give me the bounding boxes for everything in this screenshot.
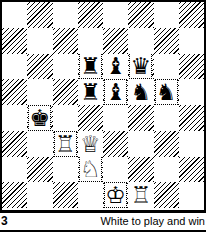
black-knight-piece[interactable]: ♞ [131, 80, 152, 104]
piece-clearbox: ♘ [79, 157, 102, 183]
square-a1[interactable] [2, 182, 27, 208]
square-d3[interactable]: ♕ [78, 131, 103, 157]
square-c2[interactable] [53, 157, 78, 183]
square-g1[interactable] [154, 182, 179, 208]
white-rook-piece[interactable]: ♖ [55, 132, 76, 156]
square-b6[interactable] [27, 54, 52, 80]
square-c7[interactable] [53, 28, 78, 54]
square-f3[interactable] [128, 131, 153, 157]
square-e4[interactable] [103, 105, 128, 131]
square-c6[interactable] [53, 54, 78, 80]
square-f6[interactable]: ♛ [128, 54, 153, 80]
square-h8[interactable] [179, 2, 204, 28]
square-b8[interactable] [27, 2, 52, 28]
white-rook-piece[interactable]: ♖ [131, 183, 152, 207]
square-h2[interactable] [179, 157, 204, 183]
square-a6[interactable] [2, 54, 27, 80]
square-a8[interactable] [2, 2, 27, 28]
piece-clearbox: ♞ [155, 79, 178, 105]
square-g8[interactable] [154, 2, 179, 28]
square-d7[interactable] [78, 28, 103, 54]
piece-clearbox: ♖ [54, 131, 77, 157]
square-f7[interactable] [128, 28, 153, 54]
square-e3[interactable] [103, 131, 128, 157]
square-b5[interactable] [27, 79, 52, 105]
square-h5[interactable] [179, 79, 204, 105]
piece-clearbox: ♝ [104, 79, 127, 105]
square-a3[interactable] [2, 131, 27, 157]
square-c1[interactable] [53, 182, 78, 208]
square-e7[interactable] [103, 28, 128, 54]
square-f1[interactable]: ♖ [128, 182, 153, 208]
piece-clearbox: ♚ [28, 105, 51, 131]
square-d5[interactable]: ♜ [78, 79, 103, 105]
square-e8[interactable] [103, 2, 128, 28]
square-a2[interactable] [2, 157, 27, 183]
white-queen-piece[interactable]: ♕ [80, 132, 101, 156]
black-bishop-piece[interactable]: ♝ [105, 80, 126, 104]
square-h1[interactable] [179, 182, 204, 208]
square-b1[interactable] [27, 182, 52, 208]
piece-clearbox: ♜ [79, 54, 102, 80]
chess-puzzle-diagram: ♜♝♛♜♝♞♞♚♖♕♘♔♖ 3 White to play and win [0, 0, 206, 232]
square-g5[interactable]: ♞ [154, 79, 179, 105]
black-king-piece[interactable]: ♚ [30, 106, 51, 130]
square-d6[interactable]: ♜ [78, 54, 103, 80]
square-e5[interactable]: ♝ [103, 79, 128, 105]
square-g3[interactable] [154, 131, 179, 157]
black-rook-piece[interactable]: ♜ [80, 80, 101, 104]
puzzle-number: 3 [1, 215, 8, 228]
square-e1[interactable]: ♔ [103, 182, 128, 208]
square-b7[interactable] [27, 28, 52, 54]
square-f2[interactable] [128, 157, 153, 183]
white-king-piece[interactable]: ♔ [105, 183, 126, 207]
square-d8[interactable] [78, 2, 103, 28]
piece-clearbox: ♔ [104, 182, 127, 208]
square-f8[interactable] [128, 2, 153, 28]
square-g6[interactable] [154, 54, 179, 80]
black-bishop-piece[interactable]: ♝ [105, 54, 126, 78]
puzzle-caption: White to play and win [100, 215, 205, 228]
white-knight-piece[interactable]: ♘ [80, 157, 101, 181]
square-b3[interactable] [27, 131, 52, 157]
caption-row: 3 White to play and win [0, 213, 206, 228]
square-g2[interactable] [154, 157, 179, 183]
chess-board[interactable]: ♜♝♛♜♝♞♞♚♖♕♘♔♖ [2, 2, 204, 208]
square-e6[interactable]: ♝ [103, 54, 128, 80]
square-f4[interactable] [128, 105, 153, 131]
board-frame: ♜♝♛♜♝♞♞♚♖♕♘♔♖ [0, 0, 206, 210]
square-c3[interactable]: ♖ [53, 131, 78, 157]
square-d1[interactable] [78, 182, 103, 208]
square-e2[interactable] [103, 157, 128, 183]
piece-clearbox: ♛ [129, 54, 152, 80]
square-d4[interactable] [78, 105, 103, 131]
square-a4[interactable] [2, 105, 27, 131]
black-queen-piece[interactable]: ♛ [131, 54, 152, 78]
square-d2[interactable]: ♘ [78, 157, 103, 183]
bottom-rule [0, 230, 206, 232]
square-g7[interactable] [154, 28, 179, 54]
square-g4[interactable] [154, 105, 179, 131]
square-h4[interactable] [179, 105, 204, 131]
black-knight-piece[interactable]: ♞ [156, 80, 177, 104]
square-a7[interactable] [2, 28, 27, 54]
black-rook-piece[interactable]: ♜ [80, 54, 101, 78]
square-c5[interactable] [53, 79, 78, 105]
square-b2[interactable] [27, 157, 52, 183]
square-c4[interactable] [53, 105, 78, 131]
square-h7[interactable] [179, 28, 204, 54]
square-f5[interactable]: ♞ [128, 79, 153, 105]
square-c8[interactable] [53, 2, 78, 28]
square-h6[interactable] [179, 54, 204, 80]
square-a5[interactable] [2, 79, 27, 105]
square-h3[interactable] [179, 131, 204, 157]
square-b4[interactable]: ♚ [27, 105, 52, 131]
